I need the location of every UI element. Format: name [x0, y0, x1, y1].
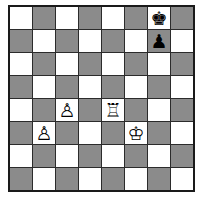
square-d5[interactable]	[79, 76, 101, 98]
chess-board-frame: ♚♟♙♖♙♔	[8, 5, 195, 192]
square-c1[interactable]	[56, 168, 78, 190]
square-c8[interactable]	[56, 7, 78, 29]
square-d8[interactable]	[79, 7, 101, 29]
square-c5[interactable]	[56, 76, 78, 98]
white-king-f3: ♔	[127, 122, 144, 144]
square-d2[interactable]	[79, 145, 101, 167]
chess-diagram-page: ♚♟♙♖♙♔	[0, 0, 202, 200]
square-d3[interactable]	[79, 122, 101, 144]
square-f3[interactable]: ♔	[125, 122, 147, 144]
square-e6[interactable]	[102, 53, 124, 75]
square-g3[interactable]	[148, 122, 170, 144]
square-b2[interactable]	[33, 145, 55, 167]
square-a4[interactable]	[10, 99, 32, 121]
square-g7[interactable]: ♟	[148, 30, 170, 52]
square-f1[interactable]	[125, 168, 147, 190]
square-c6[interactable]	[56, 53, 78, 75]
square-c7[interactable]	[56, 30, 78, 52]
square-f2[interactable]	[125, 145, 147, 167]
square-h4[interactable]	[171, 99, 193, 121]
white-rook-e4: ♖	[104, 99, 121, 121]
black-pawn-g7: ♟	[150, 30, 167, 52]
square-b5[interactable]	[33, 76, 55, 98]
square-b6[interactable]	[33, 53, 55, 75]
square-h7[interactable]	[171, 30, 193, 52]
square-a3[interactable]	[10, 122, 32, 144]
square-f4[interactable]	[125, 99, 147, 121]
square-d1[interactable]	[79, 168, 101, 190]
square-h8[interactable]	[171, 7, 193, 29]
square-b7[interactable]	[33, 30, 55, 52]
square-a5[interactable]	[10, 76, 32, 98]
square-g4[interactable]	[148, 99, 170, 121]
square-e7[interactable]	[102, 30, 124, 52]
square-e3[interactable]	[102, 122, 124, 144]
square-f6[interactable]	[125, 53, 147, 75]
square-e4[interactable]: ♖	[102, 99, 124, 121]
square-g2[interactable]	[148, 145, 170, 167]
square-d7[interactable]	[79, 30, 101, 52]
square-h6[interactable]	[171, 53, 193, 75]
square-g8[interactable]: ♚	[148, 7, 170, 29]
square-a7[interactable]	[10, 30, 32, 52]
square-a2[interactable]	[10, 145, 32, 167]
square-c3[interactable]	[56, 122, 78, 144]
square-e1[interactable]	[102, 168, 124, 190]
square-h5[interactable]	[171, 76, 193, 98]
square-a1[interactable]	[10, 168, 32, 190]
square-g6[interactable]	[148, 53, 170, 75]
square-c4[interactable]: ♙	[56, 99, 78, 121]
square-b3[interactable]: ♙	[33, 122, 55, 144]
square-f8[interactable]	[125, 7, 147, 29]
square-e8[interactable]	[102, 7, 124, 29]
square-b8[interactable]	[33, 7, 55, 29]
square-b4[interactable]	[33, 99, 55, 121]
square-f5[interactable]	[125, 76, 147, 98]
square-e5[interactable]	[102, 76, 124, 98]
square-h3[interactable]	[171, 122, 193, 144]
square-g1[interactable]	[148, 168, 170, 190]
square-h2[interactable]	[171, 145, 193, 167]
square-a8[interactable]	[10, 7, 32, 29]
square-h1[interactable]	[171, 168, 193, 190]
black-king-g8: ♚	[150, 7, 167, 29]
white-pawn-b3: ♙	[35, 122, 52, 144]
square-c2[interactable]	[56, 145, 78, 167]
chess-board: ♚♟♙♖♙♔	[10, 7, 193, 190]
square-a6[interactable]	[10, 53, 32, 75]
square-d6[interactable]	[79, 53, 101, 75]
white-pawn-c4: ♙	[58, 99, 75, 121]
square-e2[interactable]	[102, 145, 124, 167]
square-g5[interactable]	[148, 76, 170, 98]
square-f7[interactable]	[125, 30, 147, 52]
square-b1[interactable]	[33, 168, 55, 190]
square-d4[interactable]	[79, 99, 101, 121]
